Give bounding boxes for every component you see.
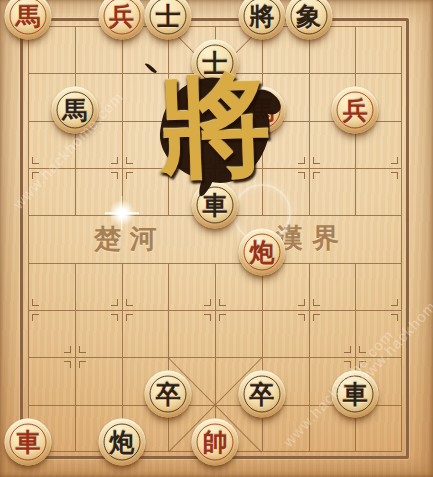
point-marker-bracket bbox=[313, 314, 320, 321]
piece-black-chariot[interactable]: 車 bbox=[192, 181, 239, 228]
river-label-left: 楚河 bbox=[94, 221, 166, 257]
piece-character: 兵 bbox=[98, 0, 145, 39]
piece-character: 車 bbox=[5, 418, 52, 465]
point-marker-bracket bbox=[64, 346, 71, 353]
piece-character: 炮 bbox=[238, 229, 285, 276]
piece-character: 卒 bbox=[238, 371, 285, 418]
sparkle-highlight bbox=[109, 200, 135, 226]
piece-black-general[interactable]: 將 bbox=[238, 0, 285, 39]
point-marker-bracket bbox=[391, 314, 398, 321]
piece-character: 帥 bbox=[192, 418, 239, 465]
point-marker-bracket bbox=[64, 361, 71, 368]
piece-character: 兵 bbox=[332, 87, 379, 134]
piece-black-elephant[interactable]: 象 bbox=[285, 0, 332, 39]
piece-red-chariot[interactable]: 車 bbox=[5, 418, 52, 465]
piece-black-advisor[interactable]: 士 bbox=[145, 0, 192, 39]
point-marker-bracket bbox=[32, 172, 39, 179]
piece-character: 馬 bbox=[5, 0, 52, 39]
point-marker-bracket bbox=[298, 172, 305, 179]
piece-red-horse[interactable]: 馬 bbox=[238, 87, 285, 134]
point-marker-bracket bbox=[204, 157, 211, 164]
point-marker-bracket bbox=[204, 314, 211, 321]
piece-red-general[interactable]: 帥 bbox=[192, 418, 239, 465]
point-marker-bracket bbox=[79, 361, 86, 368]
point-marker-bracket bbox=[32, 157, 39, 164]
piece-character: 馬 bbox=[238, 87, 285, 134]
point-marker-bracket bbox=[313, 172, 320, 179]
point-marker-bracket bbox=[313, 299, 320, 306]
piece-character: 車 bbox=[332, 371, 379, 418]
point-marker-bracket bbox=[126, 172, 133, 179]
point-marker-bracket bbox=[391, 157, 398, 164]
board-cell bbox=[355, 215, 402, 262]
piece-red-soldier[interactable]: 兵 bbox=[98, 0, 145, 39]
piece-character: 炮 bbox=[98, 418, 145, 465]
piece-black-advisor[interactable]: 士 bbox=[192, 39, 239, 86]
piece-red-cannon[interactable]: 炮 bbox=[238, 229, 285, 276]
point-marker-bracket bbox=[219, 314, 226, 321]
piece-black-soldier[interactable]: 卒 bbox=[238, 371, 285, 418]
point-marker-bracket bbox=[111, 157, 118, 164]
piece-red-soldier[interactable]: 兵 bbox=[332, 87, 379, 134]
point-marker-bracket bbox=[126, 314, 133, 321]
point-marker-bracket bbox=[204, 299, 211, 306]
point-marker-bracket bbox=[359, 361, 366, 368]
piece-character: 象 bbox=[285, 0, 332, 39]
point-marker-bracket bbox=[344, 361, 351, 368]
piece-character: 馬 bbox=[51, 87, 98, 134]
point-marker-bracket bbox=[219, 172, 226, 179]
piece-character: 將 bbox=[238, 0, 285, 39]
xiangqi-board-screen: 楚河 漢界 馬兵士將象士馬馬兵車炮卒卒車車炮帥 將 www.hackhome.c… bbox=[0, 0, 433, 477]
piece-character: 卒 bbox=[145, 371, 192, 418]
point-marker-bracket bbox=[344, 346, 351, 353]
piece-black-cannon[interactable]: 炮 bbox=[98, 418, 145, 465]
point-marker-bracket bbox=[391, 172, 398, 179]
point-marker-bracket bbox=[219, 299, 226, 306]
piece-character: 士 bbox=[145, 0, 192, 39]
piece-red-horse[interactable]: 馬 bbox=[5, 0, 52, 39]
point-marker-bracket bbox=[111, 172, 118, 179]
point-marker-bracket bbox=[32, 299, 39, 306]
piece-black-horse[interactable]: 馬 bbox=[51, 87, 98, 134]
point-marker-bracket bbox=[111, 314, 118, 321]
point-marker-bracket bbox=[298, 299, 305, 306]
piece-black-chariot[interactable]: 車 bbox=[332, 371, 379, 418]
point-marker-bracket bbox=[298, 314, 305, 321]
board-cell bbox=[122, 73, 169, 120]
piece-black-soldier[interactable]: 卒 bbox=[145, 371, 192, 418]
board-cell bbox=[355, 26, 402, 73]
point-marker-bracket bbox=[126, 157, 133, 164]
piece-character: 士 bbox=[192, 39, 239, 86]
point-marker-bracket bbox=[391, 299, 398, 306]
point-marker-bracket bbox=[126, 299, 133, 306]
point-marker-bracket bbox=[313, 157, 320, 164]
board-cell bbox=[28, 215, 75, 262]
point-marker-bracket bbox=[32, 314, 39, 321]
point-marker-bracket bbox=[79, 346, 86, 353]
point-marker-bracket bbox=[298, 157, 305, 164]
point-marker-bracket bbox=[204, 172, 211, 179]
point-marker-bracket bbox=[111, 299, 118, 306]
piece-character: 車 bbox=[192, 181, 239, 228]
point-marker-bracket bbox=[359, 346, 366, 353]
point-marker-bracket bbox=[219, 157, 226, 164]
